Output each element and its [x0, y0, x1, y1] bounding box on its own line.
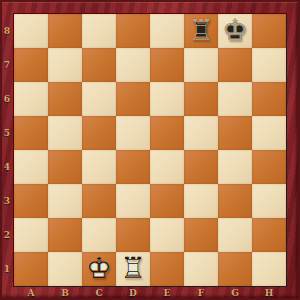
chess-board: ♜♖♚♔♚♔♜♖	[14, 14, 286, 286]
square-a8[interactable]	[14, 14, 48, 48]
square-g7[interactable]	[218, 48, 252, 82]
square-a2[interactable]	[14, 218, 48, 252]
square-d7[interactable]	[116, 48, 150, 82]
square-b5[interactable]	[48, 116, 82, 150]
square-e2[interactable]	[150, 218, 184, 252]
square-h7[interactable]	[252, 48, 286, 82]
square-h2[interactable]	[252, 218, 286, 252]
square-g2[interactable]	[218, 218, 252, 252]
square-d2[interactable]	[116, 218, 150, 252]
square-d1[interactable]: ♜♖	[116, 252, 150, 286]
square-h3[interactable]	[252, 184, 286, 218]
file-label-e: E	[150, 287, 184, 299]
rank-label-5: 5	[1, 116, 13, 150]
square-g1[interactable]	[218, 252, 252, 286]
file-label-d: D	[116, 287, 150, 299]
square-h4[interactable]	[252, 150, 286, 184]
square-g3[interactable]	[218, 184, 252, 218]
square-a4[interactable]	[14, 150, 48, 184]
rank-label-8: 8	[1, 14, 13, 48]
white-rook-glyph-outline: ♖	[116, 251, 150, 285]
black-rook-f8[interactable]: ♜♖	[184, 14, 218, 48]
square-f7[interactable]	[184, 48, 218, 82]
rank-label-4: 4	[1, 150, 13, 184]
square-d6[interactable]	[116, 82, 150, 116]
square-b2[interactable]	[48, 218, 82, 252]
square-e3[interactable]	[150, 184, 184, 218]
square-c1[interactable]: ♚♔	[82, 252, 116, 286]
square-c5[interactable]	[82, 116, 116, 150]
file-label-b: B	[48, 287, 82, 299]
square-g6[interactable]	[218, 82, 252, 116]
square-a1[interactable]	[14, 252, 48, 286]
rank-label-7: 7	[1, 48, 13, 82]
square-h1[interactable]	[252, 252, 286, 286]
square-a3[interactable]	[14, 184, 48, 218]
file-label-g: G	[218, 287, 252, 299]
black-rook-glyph-outline: ♖	[184, 13, 218, 47]
square-b8[interactable]	[48, 14, 82, 48]
white-king-glyph-outline: ♔	[82, 251, 116, 285]
file-label-f: F	[184, 287, 218, 299]
square-e5[interactable]	[150, 116, 184, 150]
square-c2[interactable]	[82, 218, 116, 252]
black-king-g8[interactable]: ♚♔	[218, 14, 252, 48]
square-f8[interactable]: ♜♖	[184, 14, 218, 48]
square-a6[interactable]	[14, 82, 48, 116]
square-e1[interactable]	[150, 252, 184, 286]
square-h5[interactable]	[252, 116, 286, 150]
square-c6[interactable]	[82, 82, 116, 116]
square-c3[interactable]	[82, 184, 116, 218]
square-f1[interactable]	[184, 252, 218, 286]
square-f2[interactable]	[184, 218, 218, 252]
square-d8[interactable]	[116, 14, 150, 48]
rank-label-2: 2	[1, 218, 13, 252]
square-b1[interactable]	[48, 252, 82, 286]
square-g8[interactable]: ♚♔	[218, 14, 252, 48]
square-f6[interactable]	[184, 82, 218, 116]
rank-label-3: 3	[1, 184, 13, 218]
file-label-a: A	[14, 287, 48, 299]
square-d3[interactable]	[116, 184, 150, 218]
square-c4[interactable]	[82, 150, 116, 184]
square-f5[interactable]	[184, 116, 218, 150]
square-e8[interactable]	[150, 14, 184, 48]
file-label-c: C	[82, 287, 116, 299]
square-f4[interactable]	[184, 150, 218, 184]
square-d4[interactable]	[116, 150, 150, 184]
white-rook-d1[interactable]: ♜♖	[116, 252, 150, 286]
square-b6[interactable]	[48, 82, 82, 116]
white-king-c1[interactable]: ♚♔	[82, 252, 116, 286]
square-g5[interactable]	[218, 116, 252, 150]
square-b4[interactable]	[48, 150, 82, 184]
square-h6[interactable]	[252, 82, 286, 116]
square-d5[interactable]	[116, 116, 150, 150]
rank-label-1: 1	[1, 252, 13, 286]
square-c8[interactable]	[82, 14, 116, 48]
square-e6[interactable]	[150, 82, 184, 116]
square-e4[interactable]	[150, 150, 184, 184]
square-a5[interactable]	[14, 116, 48, 150]
chessboard-screenshot: ♜♖♚♔♚♔♜♖ 87654321ABCDEFGH	[0, 0, 300, 300]
black-king-glyph-outline: ♔	[218, 13, 252, 47]
square-h8[interactable]	[252, 14, 286, 48]
rank-label-6: 6	[1, 82, 13, 116]
square-f3[interactable]	[184, 184, 218, 218]
square-b3[interactable]	[48, 184, 82, 218]
file-label-h: H	[252, 287, 286, 299]
square-e7[interactable]	[150, 48, 184, 82]
square-b7[interactable]	[48, 48, 82, 82]
square-a7[interactable]	[14, 48, 48, 82]
square-c7[interactable]	[82, 48, 116, 82]
square-g4[interactable]	[218, 150, 252, 184]
